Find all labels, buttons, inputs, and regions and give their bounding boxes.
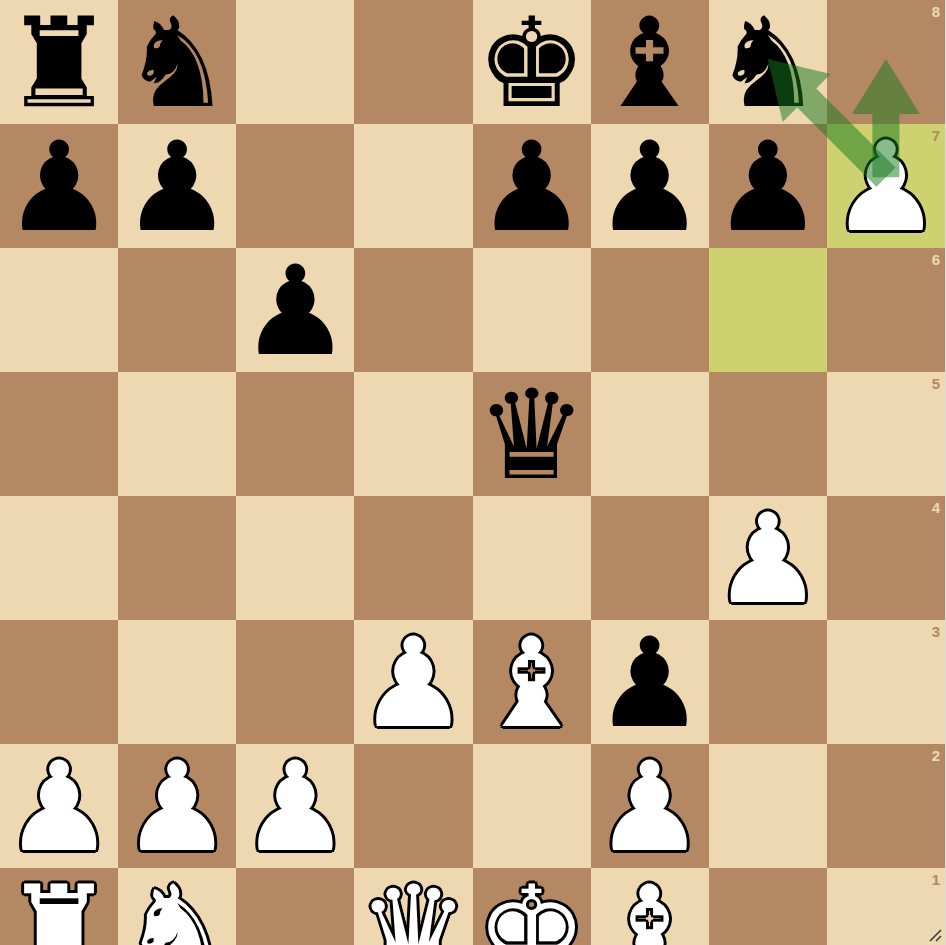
square-a6[interactable] — [0, 248, 118, 372]
square-a4[interactable] — [0, 496, 118, 620]
coord-rank-5: 5 — [932, 375, 940, 392]
square-g8[interactable]: ♞ — [709, 0, 827, 124]
coord-rank-8: 8 — [932, 3, 940, 20]
square-f8[interactable]: ♝ — [591, 0, 709, 124]
black-pawn-b7[interactable]: ♟ — [122, 125, 233, 249]
coord-rank-4: 4 — [932, 499, 940, 516]
square-c1[interactable]: c — [236, 868, 354, 945]
black-pawn-a7[interactable]: ♟ — [3, 125, 114, 249]
square-g3[interactable] — [709, 620, 827, 744]
white-king-e1[interactable]: ♚ — [476, 869, 587, 945]
black-king-e8[interactable]: ♚ — [476, 1, 587, 125]
white-pawn-a2[interactable]: ♟ — [3, 745, 114, 869]
coord-rank-2: 2 — [932, 747, 940, 764]
square-f5[interactable] — [591, 372, 709, 496]
square-d7[interactable] — [354, 124, 472, 248]
board-resize-handle-icon[interactable] — [929, 928, 943, 942]
square-f1[interactable]: f♝ — [591, 868, 709, 945]
black-pawn-g7[interactable]: ♟ — [712, 125, 823, 249]
square-e1[interactable]: e♚ — [473, 868, 591, 945]
white-pawn-d3[interactable]: ♟ — [358, 621, 469, 745]
square-d1[interactable]: d♛ — [354, 868, 472, 945]
square-g4[interactable]: ♟ — [709, 496, 827, 620]
square-b4[interactable] — [118, 496, 236, 620]
square-h4[interactable]: 4 — [827, 496, 945, 620]
square-a3[interactable] — [0, 620, 118, 744]
square-h3[interactable]: 3 — [827, 620, 945, 744]
square-d8[interactable] — [354, 0, 472, 124]
black-pawn-f3[interactable]: ♟ — [594, 621, 705, 745]
square-g2[interactable] — [709, 744, 827, 868]
square-f3[interactable]: ♟ — [591, 620, 709, 744]
square-h6[interactable]: 6 — [827, 248, 945, 372]
black-queen-e5[interactable]: ♛ — [476, 373, 587, 497]
white-rook-a1[interactable]: ♜ — [3, 869, 114, 945]
square-d5[interactable] — [354, 372, 472, 496]
square-e7[interactable]: ♟ — [473, 124, 591, 248]
white-pawn-h7[interactable]: ♟ — [830, 125, 941, 249]
square-d6[interactable] — [354, 248, 472, 372]
black-rook-a8[interactable]: ♜ — [3, 1, 114, 125]
square-e3[interactable]: ♝ — [473, 620, 591, 744]
black-knight-b8[interactable]: ♞ — [122, 1, 233, 125]
black-pawn-f7[interactable]: ♟ — [594, 125, 705, 249]
square-b5[interactable] — [118, 372, 236, 496]
black-knight-g8[interactable]: ♞ — [712, 1, 823, 125]
square-e5[interactable]: ♛ — [473, 372, 591, 496]
square-h2[interactable]: 2 — [827, 744, 945, 868]
square-h1[interactable]: 1h — [827, 868, 945, 945]
white-bishop-f1[interactable]: ♝ — [594, 869, 705, 945]
square-f4[interactable] — [591, 496, 709, 620]
white-pawn-b2[interactable]: ♟ — [122, 745, 233, 869]
square-e8[interactable]: ♚ — [473, 0, 591, 124]
white-pawn-f2[interactable]: ♟ — [594, 745, 705, 869]
white-pawn-c2[interactable]: ♟ — [240, 745, 351, 869]
square-f7[interactable]: ♟ — [591, 124, 709, 248]
square-c5[interactable] — [236, 372, 354, 496]
black-pawn-c6[interactable]: ♟ — [240, 249, 351, 373]
square-g6[interactable] — [709, 248, 827, 372]
square-d3[interactable]: ♟ — [354, 620, 472, 744]
black-bishop-f8[interactable]: ♝ — [594, 1, 705, 125]
square-h8[interactable]: 8 — [827, 0, 945, 124]
coord-rank-1: 1 — [932, 871, 940, 888]
square-a5[interactable] — [0, 372, 118, 496]
square-b7[interactable]: ♟ — [118, 124, 236, 248]
square-d2[interactable] — [354, 744, 472, 868]
white-bishop-e3[interactable]: ♝ — [476, 621, 587, 745]
square-g1[interactable]: g — [709, 868, 827, 945]
square-b6[interactable] — [118, 248, 236, 372]
square-c4[interactable] — [236, 496, 354, 620]
coord-rank-3: 3 — [932, 623, 940, 640]
square-c7[interactable] — [236, 124, 354, 248]
square-f6[interactable] — [591, 248, 709, 372]
square-c3[interactable] — [236, 620, 354, 744]
square-c2[interactable]: ♟ — [236, 744, 354, 868]
chess-board-container: ♜♞♚♝♞8♟♟♟♟♟7♟♟6♛5♟4♟♝♟3♟♟♟♟2a♜b♞cd♛e♚f♝g… — [0, 0, 945, 945]
square-e2[interactable] — [473, 744, 591, 868]
square-a8[interactable]: ♜ — [0, 0, 118, 124]
coord-rank-6: 6 — [932, 251, 940, 268]
square-a7[interactable]: ♟ — [0, 124, 118, 248]
square-h7[interactable]: 7♟ — [827, 124, 945, 248]
square-b1[interactable]: b♞ — [118, 868, 236, 945]
square-b2[interactable]: ♟ — [118, 744, 236, 868]
resize-grip-line — [930, 930, 941, 941]
square-c8[interactable] — [236, 0, 354, 124]
square-d4[interactable] — [354, 496, 472, 620]
white-pawn-g4[interactable]: ♟ — [712, 497, 823, 621]
square-h5[interactable]: 5 — [827, 372, 945, 496]
white-queen-d1[interactable]: ♛ — [358, 869, 469, 945]
square-c6[interactable]: ♟ — [236, 248, 354, 372]
chess-board: ♜♞♚♝♞8♟♟♟♟♟7♟♟6♛5♟4♟♝♟3♟♟♟♟2a♜b♞cd♛e♚f♝g… — [0, 0, 945, 945]
square-a2[interactable]: ♟ — [0, 744, 118, 868]
square-e4[interactable] — [473, 496, 591, 620]
white-knight-b1[interactable]: ♞ — [122, 869, 233, 945]
square-b3[interactable] — [118, 620, 236, 744]
square-a1[interactable]: a♜ — [0, 868, 118, 945]
square-f2[interactable]: ♟ — [591, 744, 709, 868]
square-g7[interactable]: ♟ — [709, 124, 827, 248]
square-e6[interactable] — [473, 248, 591, 372]
resize-grip-line — [936, 936, 941, 941]
black-pawn-e7[interactable]: ♟ — [476, 125, 587, 249]
square-b8[interactable]: ♞ — [118, 0, 236, 124]
square-g5[interactable] — [709, 372, 827, 496]
